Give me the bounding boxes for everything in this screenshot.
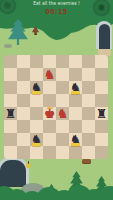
- pear-icon: [26, 163, 31, 168]
- square-a8[interactable]: [4, 55, 17, 68]
- square-e1[interactable]: [56, 146, 69, 159]
- square-f1[interactable]: [69, 146, 82, 159]
- square-g7[interactable]: [82, 68, 95, 81]
- chess-board[interactable]: ♞♞♞♜♚♞♜♞♞: [4, 55, 108, 159]
- square-e7[interactable]: [56, 68, 69, 81]
- square-h3[interactable]: [95, 120, 108, 133]
- black-knight[interactable]: ♞: [30, 81, 43, 94]
- square-h7[interactable]: [95, 68, 108, 81]
- tunnel-opening: [0, 160, 26, 187]
- square-g3[interactable]: [82, 120, 95, 133]
- square-g6[interactable]: [82, 81, 95, 94]
- square-c1[interactable]: [30, 146, 43, 159]
- tunnel-opening: [99, 24, 110, 50]
- square-f4[interactable]: [69, 107, 82, 120]
- game-scene: Eat all the enemies ! 00:15 ♞♞♞♜♚♞♜♞♞: [0, 0, 113, 200]
- square-e2[interactable]: [56, 133, 69, 146]
- square-a1[interactable]: [4, 146, 17, 159]
- gold-base: [32, 91, 41, 94]
- tunnel-arch-bottom-left: [0, 157, 29, 187]
- objective-text: Eat all the enemies !: [25, 1, 88, 6]
- pear-stem: [28, 161, 29, 164]
- black-rook[interactable]: ♜: [95, 107, 108, 120]
- square-f8[interactable]: [69, 55, 82, 68]
- square-g8[interactable]: [82, 55, 95, 68]
- square-c8[interactable]: [30, 55, 43, 68]
- square-g2[interactable]: [82, 133, 95, 146]
- red-knight[interactable]: ♞: [56, 107, 69, 120]
- rook-glyph: ♜: [96, 107, 107, 120]
- square-d2[interactable]: [43, 133, 56, 146]
- square-b4[interactable]: [17, 107, 30, 120]
- square-f5[interactable]: [69, 94, 82, 107]
- timer-text: 00:15: [11, 8, 101, 15]
- square-a6[interactable]: [4, 81, 17, 94]
- rook-glyph: ♜: [5, 107, 16, 120]
- knight-glyph: ♞: [57, 107, 68, 120]
- square-b7[interactable]: [17, 68, 30, 81]
- square-d6[interactable]: [43, 81, 56, 94]
- square-h1[interactable]: [95, 146, 108, 159]
- square-c4[interactable]: [30, 107, 43, 120]
- red-king[interactable]: ♚: [43, 107, 56, 120]
- square-e8[interactable]: [56, 55, 69, 68]
- gold-base: [71, 91, 80, 94]
- square-a3[interactable]: [4, 120, 17, 133]
- red-knight[interactable]: ♞: [43, 68, 56, 81]
- small-rock-icon: [4, 44, 12, 48]
- square-e6[interactable]: [56, 81, 69, 94]
- square-e3[interactable]: [56, 120, 69, 133]
- square-b5[interactable]: [17, 94, 30, 107]
- square-b3[interactable]: [17, 120, 30, 133]
- tunnel-arch-top-right: [96, 21, 112, 49]
- square-a7[interactable]: [4, 68, 17, 81]
- square-b2[interactable]: [17, 133, 30, 146]
- square-h8[interactable]: [95, 55, 108, 68]
- square-a2[interactable]: [4, 133, 17, 146]
- square-d3[interactable]: [43, 120, 56, 133]
- square-h6[interactable]: [95, 81, 108, 94]
- square-g5[interactable]: [82, 94, 95, 107]
- square-d1[interactable]: [43, 146, 56, 159]
- gold-base: [71, 143, 80, 146]
- black-knight[interactable]: ♞: [69, 133, 82, 146]
- gold-base: [32, 143, 41, 146]
- black-knight[interactable]: ♞: [30, 133, 43, 146]
- square-h2[interactable]: [95, 133, 108, 146]
- knight-glyph: ♞: [44, 68, 55, 81]
- square-b8[interactable]: [17, 55, 30, 68]
- black-rook[interactable]: ♜: [4, 107, 17, 120]
- square-c5[interactable]: [30, 94, 43, 107]
- square-b1[interactable]: [17, 146, 30, 159]
- black-knight[interactable]: ♞: [69, 81, 82, 94]
- square-g4[interactable]: [82, 107, 95, 120]
- square-g1[interactable]: [82, 146, 95, 159]
- square-b6[interactable]: [17, 81, 30, 94]
